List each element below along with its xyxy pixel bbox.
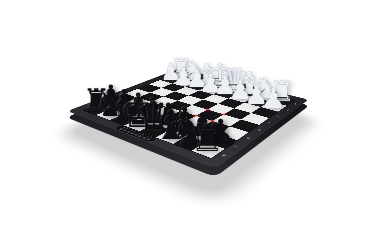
rank-label-4: 4: [266, 121, 271, 123]
square-a4[interactable]: [240, 112, 268, 124]
pieces-layer: ♜♞♝♛♚♝♞♜♟♟♟♟♟♟♟♟♟♟♟♟♟♟♟♟♜♞♝♛♚♝♞♜: [0, 0, 369, 231]
rank-label-5: 5: [256, 128, 261, 131]
rank-label-3: 3: [276, 115, 281, 117]
rank-label-6: 6: [245, 136, 251, 139]
piece-white-pawn[interactable]: ♟: [261, 85, 286, 112]
product-scene: abcdefgh12345678 ♜♞♝♛♚♝♞♜♟♟♟♟♟♟♟♟♟♟♟♟♟♟♟…: [0, 0, 369, 231]
piece-black-rook[interactable]: ♜: [191, 121, 224, 158]
